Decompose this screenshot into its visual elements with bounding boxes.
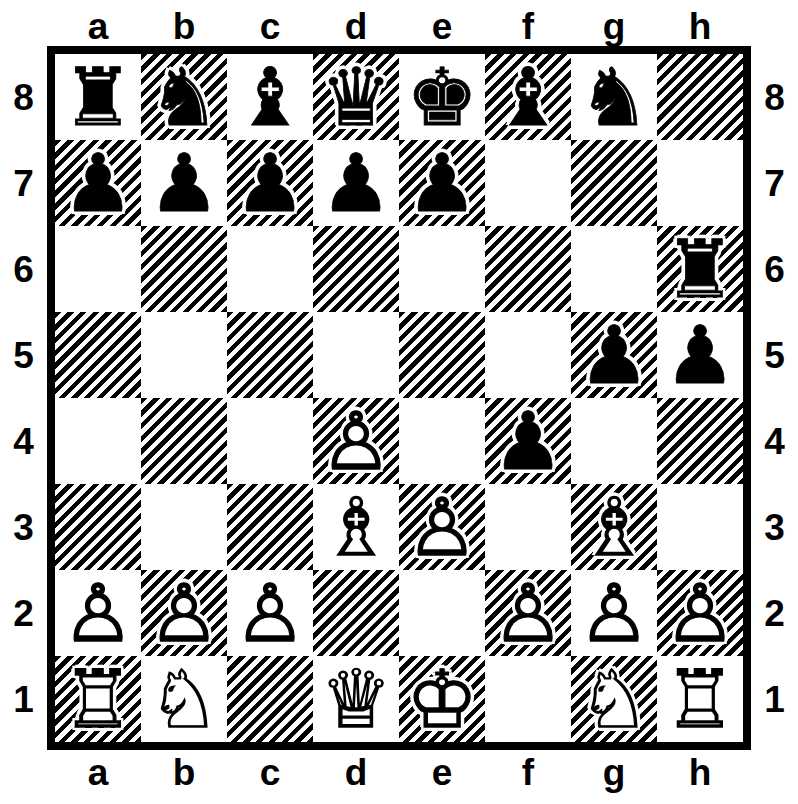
piece-white-pawn[interactable]: ♙ (227, 570, 313, 656)
square-a2[interactable]: ♟♙ (55, 570, 141, 656)
piece-halo: ♛ (313, 54, 399, 140)
file-label-g-top: g (571, 8, 657, 46)
square-c1[interactable] (227, 656, 313, 742)
piece-black-pawn[interactable]: ♟ (313, 140, 399, 226)
square-d8[interactable]: ♛♛ (313, 54, 399, 140)
rank-label-7-right: 7 (751, 165, 798, 202)
piece-halo: ♟ (485, 398, 571, 484)
piece-halo: ♟ (657, 570, 743, 656)
square-h6[interactable]: ♜♜ (657, 226, 743, 312)
rank-label-5-left: 5 (0, 337, 47, 374)
square-f6[interactable] (485, 226, 571, 312)
square-e1[interactable]: ♚♔ (399, 656, 485, 742)
piece-black-king[interactable]: ♚ (399, 54, 485, 140)
piece-white-pawn[interactable]: ♙ (313, 398, 399, 484)
rank-label-2-right: 2 (751, 595, 798, 632)
rank-label-4-left: 4 (0, 423, 47, 460)
piece-halo: ♜ (657, 226, 743, 312)
rank-labels-left: 87654321 (0, 46, 47, 750)
square-d1[interactable]: ♛♕ (313, 656, 399, 742)
piece-black-pawn[interactable]: ♟ (227, 140, 313, 226)
piece-halo: ♝ (571, 484, 657, 570)
piece-black-pawn[interactable]: ♟ (485, 398, 571, 484)
square-c6[interactable] (227, 226, 313, 312)
file-label-b-bottom: b (141, 750, 227, 791)
square-g8[interactable]: ♞♞ (571, 54, 657, 140)
piece-white-rook[interactable]: ♖ (657, 656, 743, 742)
square-a7[interactable]: ♟♟ (55, 140, 141, 226)
file-label-e-bottom: e (399, 750, 485, 791)
piece-halo: ♚ (399, 54, 485, 140)
square-g6[interactable] (571, 226, 657, 312)
piece-halo: ♜ (657, 656, 743, 742)
rank-label-4-right: 4 (751, 423, 798, 460)
rank-label-3-left: 3 (0, 509, 47, 546)
piece-white-bishop[interactable]: ♗ (313, 484, 399, 570)
piece-halo: ♚ (399, 656, 485, 742)
piece-halo: ♟ (141, 140, 227, 226)
piece-halo: ♜ (55, 54, 141, 140)
piece-halo: ♞ (141, 656, 227, 742)
rank-label-6-right: 6 (751, 251, 798, 288)
piece-white-king[interactable]: ♔ (399, 656, 485, 742)
piece-halo: ♟ (55, 140, 141, 226)
square-c5[interactable] (227, 312, 313, 398)
rank-labels-right: 87654321 (751, 46, 798, 750)
square-h8[interactable] (657, 54, 743, 140)
square-e8[interactable]: ♚♚ (399, 54, 485, 140)
piece-white-queen[interactable]: ♕ (313, 656, 399, 742)
piece-black-pawn[interactable]: ♟ (399, 140, 485, 226)
square-h5[interactable]: ♟♟ (657, 312, 743, 398)
piece-black-rook[interactable]: ♜ (55, 54, 141, 140)
file-label-e-top: e (399, 8, 485, 46)
file-label-h-top: h (657, 8, 743, 46)
square-b5[interactable] (141, 312, 227, 398)
square-a4[interactable] (55, 398, 141, 484)
piece-halo: ♜ (55, 656, 141, 742)
file-label-f-top: f (485, 8, 571, 46)
square-g2[interactable]: ♟♙ (571, 570, 657, 656)
rank-label-3-right: 3 (751, 509, 798, 546)
square-h7[interactable] (657, 140, 743, 226)
piece-halo: ♞ (141, 54, 227, 140)
piece-halo: ♟ (485, 570, 571, 656)
file-labels-bottom: abcdefgh (0, 750, 798, 804)
file-label-c-top: c (227, 8, 313, 46)
square-c8[interactable]: ♝♝ (227, 54, 313, 140)
file-label-h-bottom: h (657, 750, 743, 791)
square-g7[interactable] (571, 140, 657, 226)
square-a5[interactable] (55, 312, 141, 398)
square-h3[interactable] (657, 484, 743, 570)
chess-diagram-page: abcdefgh 87654321 ♜♜♞♞♝♝♛♛♚♚♝♝♞♞♟♟♟♟♟♟♟♟… (0, 0, 798, 804)
piece-black-rook[interactable]: ♜ (657, 226, 743, 312)
piece-black-queen[interactable]: ♛ (313, 54, 399, 140)
piece-halo: ♞ (571, 54, 657, 140)
piece-black-pawn[interactable]: ♟ (55, 140, 141, 226)
square-e3[interactable]: ♟♙ (399, 484, 485, 570)
piece-halo: ♟ (399, 484, 485, 570)
file-label-d-top: d (313, 8, 399, 46)
file-label-c-bottom: c (227, 750, 313, 791)
piece-white-pawn[interactable]: ♙ (571, 570, 657, 656)
square-f2[interactable]: ♟♙ (485, 570, 571, 656)
square-f8[interactable]: ♝♝ (485, 54, 571, 140)
file-label-a-bottom: a (55, 750, 141, 791)
square-c7[interactable]: ♟♟ (227, 140, 313, 226)
square-a3[interactable] (55, 484, 141, 570)
square-c3[interactable] (227, 484, 313, 570)
square-f1[interactable] (485, 656, 571, 742)
piece-white-pawn[interactable]: ♙ (141, 570, 227, 656)
square-d5[interactable] (313, 312, 399, 398)
piece-white-pawn[interactable]: ♙ (485, 570, 571, 656)
square-e7[interactable]: ♟♟ (399, 140, 485, 226)
square-e6[interactable] (399, 226, 485, 312)
piece-halo: ♟ (399, 140, 485, 226)
square-d3[interactable]: ♝♗ (313, 484, 399, 570)
rank-label-6-left: 6 (0, 251, 47, 288)
file-labels-top: abcdefgh (0, 0, 798, 46)
square-d7[interactable]: ♟♟ (313, 140, 399, 226)
square-f3[interactable] (485, 484, 571, 570)
piece-halo: ♛ (313, 656, 399, 742)
rank-label-8-left: 8 (0, 79, 47, 116)
piece-white-knight[interactable]: ♘ (141, 656, 227, 742)
square-b8[interactable]: ♞♞ (141, 54, 227, 140)
square-b2[interactable]: ♟♙ (141, 570, 227, 656)
rank-label-2-left: 2 (0, 595, 47, 632)
square-g5[interactable]: ♟♟ (571, 312, 657, 398)
square-b7[interactable]: ♟♟ (141, 140, 227, 226)
square-f7[interactable] (485, 140, 571, 226)
rank-label-7-left: 7 (0, 165, 47, 202)
piece-white-knight[interactable]: ♘ (571, 656, 657, 742)
square-b1[interactable]: ♞♘ (141, 656, 227, 742)
board-frame: ♜♜♞♞♝♝♛♛♚♚♝♝♞♞♟♟♟♟♟♟♟♟♟♟♜♜♟♟♟♟♟♙♟♟♝♗♟♙♝♗… (47, 46, 751, 750)
square-d2[interactable] (313, 570, 399, 656)
piece-white-bishop[interactable]: ♗ (571, 484, 657, 570)
piece-black-pawn[interactable]: ♟ (657, 312, 743, 398)
file-label-d-bottom: d (313, 750, 399, 791)
rank-label-8-right: 8 (751, 79, 798, 116)
square-e5[interactable] (399, 312, 485, 398)
square-d4[interactable]: ♟♙ (313, 398, 399, 484)
board: ♜♜♞♞♝♝♛♛♚♚♝♝♞♞♟♟♟♟♟♟♟♟♟♟♜♜♟♟♟♟♟♙♟♟♝♗♟♙♝♗… (55, 54, 743, 742)
file-label-a-top: a (55, 8, 141, 46)
file-label-f-bottom: f (485, 750, 571, 791)
piece-halo: ♟ (657, 312, 743, 398)
piece-halo: ♟ (571, 312, 657, 398)
square-f4[interactable]: ♟♟ (485, 398, 571, 484)
rank-label-5-right: 5 (751, 337, 798, 374)
piece-white-pawn[interactable]: ♙ (55, 570, 141, 656)
piece-black-bishop[interactable]: ♝ (227, 54, 313, 140)
rank-label-1-left: 1 (0, 681, 47, 718)
piece-halo: ♟ (571, 570, 657, 656)
piece-halo: ♟ (313, 140, 399, 226)
piece-halo: ♟ (141, 570, 227, 656)
piece-halo: ♟ (227, 140, 313, 226)
piece-black-pawn[interactable]: ♟ (571, 312, 657, 398)
piece-halo: ♝ (485, 54, 571, 140)
square-e2[interactable] (399, 570, 485, 656)
square-b3[interactable] (141, 484, 227, 570)
piece-halo: ♟ (55, 570, 141, 656)
piece-white-pawn[interactable]: ♙ (657, 570, 743, 656)
square-c4[interactable] (227, 398, 313, 484)
piece-black-pawn[interactable]: ♟ (141, 140, 227, 226)
piece-white-rook[interactable]: ♖ (55, 656, 141, 742)
square-a1[interactable]: ♜♖ (55, 656, 141, 742)
square-f5[interactable] (485, 312, 571, 398)
square-g1[interactable]: ♞♘ (571, 656, 657, 742)
square-b6[interactable] (141, 226, 227, 312)
square-d6[interactable] (313, 226, 399, 312)
piece-halo: ♟ (227, 570, 313, 656)
square-g4[interactable] (571, 398, 657, 484)
square-h2[interactable]: ♟♙ (657, 570, 743, 656)
piece-halo: ♝ (313, 484, 399, 570)
rank-label-1-right: 1 (751, 681, 798, 718)
piece-black-knight[interactable]: ♞ (571, 54, 657, 140)
square-h4[interactable] (657, 398, 743, 484)
square-e4[interactable] (399, 398, 485, 484)
square-a6[interactable] (55, 226, 141, 312)
square-g3[interactable]: ♝♗ (571, 484, 657, 570)
piece-black-bishop[interactable]: ♝ (485, 54, 571, 140)
square-c2[interactable]: ♟♙ (227, 570, 313, 656)
square-b4[interactable] (141, 398, 227, 484)
piece-halo: ♝ (227, 54, 313, 140)
piece-white-pawn[interactable]: ♙ (399, 484, 485, 570)
board-middle-band: 87654321 ♜♜♞♞♝♝♛♛♚♚♝♝♞♞♟♟♟♟♟♟♟♟♟♟♜♜♟♟♟♟♟… (0, 46, 798, 750)
file-label-b-top: b (141, 8, 227, 46)
square-a8[interactable]: ♜♜ (55, 54, 141, 140)
piece-black-knight[interactable]: ♞ (141, 54, 227, 140)
piece-halo: ♞ (571, 656, 657, 742)
square-h1[interactable]: ♜♖ (657, 656, 743, 742)
piece-halo: ♟ (313, 398, 399, 484)
file-label-g-bottom: g (571, 750, 657, 791)
